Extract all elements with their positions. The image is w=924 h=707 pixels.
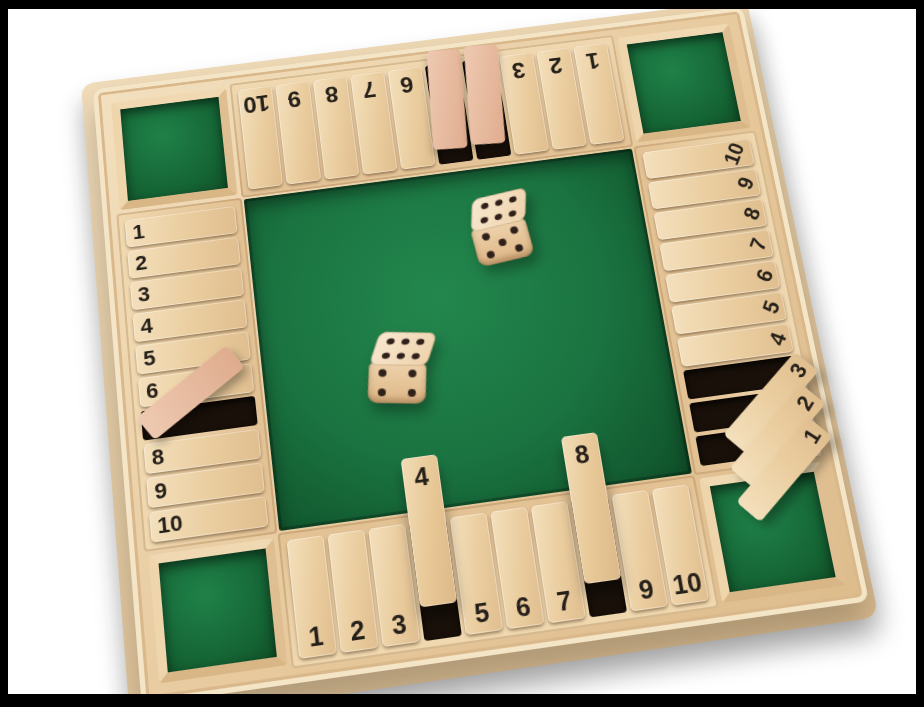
- tile-number: 9: [286, 87, 302, 110]
- die-pip: [381, 352, 391, 358]
- tile-number: 4: [413, 463, 430, 490]
- tile-number: 1: [584, 49, 601, 72]
- tile-number: 2: [793, 392, 818, 414]
- tile-number: 5: [759, 298, 783, 316]
- tile-number: 4: [766, 329, 791, 348]
- die-pip: [515, 243, 525, 252]
- die-pip: [401, 338, 411, 344]
- corner-pocket-bottom-left: [149, 537, 288, 682]
- die-pip: [509, 209, 517, 217]
- tile-number: 5: [142, 347, 156, 370]
- die-pip: [409, 369, 417, 377]
- die-2-top-face: [369, 331, 438, 365]
- board-perspective-wrap: 109876321 1234568910 10987654321 1234567…: [93, 9, 869, 694]
- die-pip: [481, 202, 489, 210]
- tile-number: 9: [734, 174, 758, 192]
- tile-number: 7: [746, 235, 770, 253]
- tile-number: 3: [510, 58, 526, 81]
- die-pip: [510, 195, 518, 203]
- die-pip: [411, 352, 421, 358]
- tile-number: 9: [637, 575, 656, 603]
- die-pip: [416, 338, 426, 344]
- die-pip: [498, 238, 507, 247]
- tile-number: 8: [740, 204, 764, 222]
- tile-number: 10: [720, 140, 748, 167]
- tile-number: 2: [134, 252, 148, 274]
- tile-number: 8: [573, 441, 591, 468]
- die-1[interactable]: [463, 188, 537, 267]
- die-pip: [495, 199, 503, 207]
- tile-number: 6: [514, 593, 532, 621]
- felt-center: [244, 148, 692, 530]
- tile-number: 6: [399, 72, 415, 95]
- tile-number: 10: [671, 568, 704, 598]
- tile-number: 10: [242, 91, 271, 116]
- die-pip: [408, 388, 416, 396]
- die-2[interactable]: [367, 331, 429, 403]
- die-pip: [486, 250, 495, 259]
- photo-frame: 109876321 1234568910 10987654321 1234567…: [0, 0, 924, 707]
- tile-number: 1: [800, 425, 825, 447]
- tile-number: 8: [151, 445, 165, 468]
- tile-number: 9: [154, 479, 168, 503]
- corner-pocket-top-right: [617, 23, 751, 142]
- die-2-front-face: [367, 361, 426, 403]
- die-pip: [377, 387, 385, 395]
- tile-number: 7: [361, 77, 377, 100]
- die-pip: [495, 213, 503, 221]
- tile-number: 2: [349, 616, 367, 644]
- die-pip: [481, 232, 490, 241]
- tile-number: 1: [132, 221, 146, 243]
- tile-number: 3: [137, 283, 151, 305]
- corner-pocket-top-left: [111, 88, 237, 210]
- tile-number: 3: [786, 360, 811, 382]
- tile-number: 5: [473, 599, 491, 627]
- tile-number: 3: [390, 610, 408, 638]
- tile-number: 7: [555, 587, 573, 615]
- die-pip: [396, 352, 406, 358]
- die-pip: [378, 368, 386, 376]
- tile-number: 8: [324, 82, 340, 105]
- tile-number: 2: [547, 53, 564, 76]
- tile-number: 6: [145, 379, 159, 402]
- die-pip: [385, 337, 395, 343]
- tile-number: 6: [753, 266, 777, 284]
- tile-number: 10: [157, 511, 184, 537]
- product-photo-background: 109876321 1234568910 10987654321 1234567…: [8, 9, 916, 694]
- tile-number: 4: [140, 315, 154, 337]
- die-pip: [481, 216, 489, 224]
- tile-number: 1: [307, 622, 324, 650]
- die-pip: [510, 225, 519, 234]
- shut-the-box-board: 109876321 1234568910 10987654321 1234567…: [93, 9, 869, 694]
